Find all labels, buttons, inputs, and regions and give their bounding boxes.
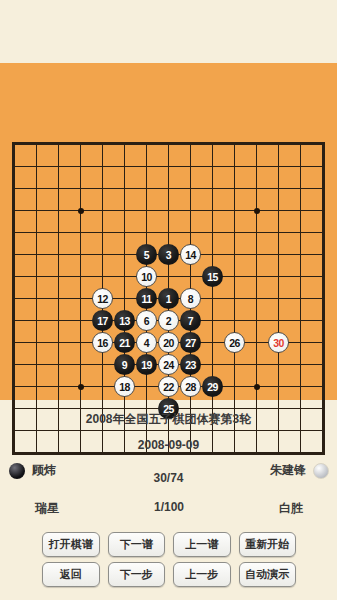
open-kifu-button[interactable]: 打开棋谱 bbox=[42, 532, 100, 557]
white-player: 朱建锋 bbox=[270, 462, 329, 479]
event-title: 2008年全国五子棋团体赛第3轮 bbox=[0, 411, 337, 428]
game-counter: 1/100 bbox=[35, 500, 303, 514]
stone-white-2: 2 bbox=[158, 310, 179, 331]
stone-black-11: 11 bbox=[136, 288, 157, 309]
game-status-row: 瑞星 1/100 白胜 bbox=[35, 500, 303, 517]
stone-white-18: 18 bbox=[114, 376, 135, 397]
stone-white-12: 12 bbox=[92, 288, 113, 309]
stone-white-14: 14 bbox=[180, 244, 201, 265]
stone-white-28: 28 bbox=[180, 376, 201, 397]
prev-move-button[interactable]: 上一步 bbox=[173, 562, 231, 587]
stone-white-24: 24 bbox=[158, 354, 179, 375]
stone-white-4: 4 bbox=[136, 332, 157, 353]
stone-white-10: 10 bbox=[136, 266, 157, 287]
stone-white-8: 8 bbox=[180, 288, 201, 309]
stone-black-23: 23 bbox=[180, 354, 201, 375]
stone-black-3: 3 bbox=[158, 244, 179, 265]
next-game-button[interactable]: 下一谱 bbox=[108, 532, 166, 557]
control-buttons: 打开棋谱 下一谱 上一谱 重新开始 返回 下一步 上一步 自动演示 bbox=[42, 532, 296, 587]
board-stones-layer: 1234567891011121314151617181920212223242… bbox=[14, 144, 323, 453]
stone-white-30: 30 bbox=[268, 332, 289, 353]
next-move-button[interactable]: 下一步 bbox=[108, 562, 166, 587]
board-area: 1234567891011121314151617181920212223242… bbox=[0, 63, 337, 400]
stone-white-16: 16 bbox=[92, 332, 113, 353]
stone-black-27: 27 bbox=[180, 332, 201, 353]
stone-black-9: 9 bbox=[114, 354, 135, 375]
restart-button[interactable]: 重新开始 bbox=[239, 532, 297, 557]
star-point bbox=[78, 384, 84, 390]
stone-black-15: 15 bbox=[202, 266, 223, 287]
auto-demo-button[interactable]: 自动演示 bbox=[239, 562, 297, 587]
prev-game-button[interactable]: 上一谱 bbox=[173, 532, 231, 557]
stone-black-13: 13 bbox=[114, 310, 135, 331]
star-point bbox=[78, 208, 84, 214]
star-point bbox=[254, 384, 260, 390]
stone-black-1: 1 bbox=[158, 288, 179, 309]
stone-black-5: 5 bbox=[136, 244, 157, 265]
stone-black-17: 17 bbox=[92, 310, 113, 331]
stone-black-19: 19 bbox=[136, 354, 157, 375]
stone-white-26: 26 bbox=[224, 332, 245, 353]
stone-black-7: 7 bbox=[180, 310, 201, 331]
stone-white-6: 6 bbox=[136, 310, 157, 331]
white-player-name: 朱建锋 bbox=[270, 462, 306, 479]
stone-black-21: 21 bbox=[114, 332, 135, 353]
stone-white-20: 20 bbox=[158, 332, 179, 353]
star-point bbox=[254, 208, 260, 214]
stone-white-22: 22 bbox=[158, 376, 179, 397]
stone-black-29: 29 bbox=[202, 376, 223, 397]
back-button[interactable]: 返回 bbox=[42, 562, 100, 587]
event-date: 2008-09-09 bbox=[0, 438, 337, 452]
white-stone-icon bbox=[313, 463, 329, 479]
gomoku-viewer-screen: 1234567891011121314151617181920212223242… bbox=[0, 0, 337, 600]
gomoku-board[interactable]: 1234567891011121314151617181920212223242… bbox=[12, 142, 325, 455]
